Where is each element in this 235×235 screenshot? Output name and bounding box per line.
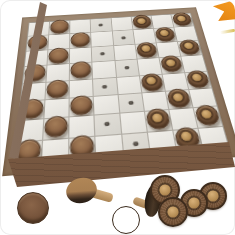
square-e1 bbox=[111, 17, 132, 31]
peg-stem-end bbox=[160, 185, 171, 196]
square-f5 bbox=[140, 74, 165, 92]
peg-knob bbox=[152, 113, 163, 122]
peg-stem-end bbox=[189, 198, 200, 209]
loose-peg-on-side bbox=[66, 178, 120, 214]
peg-knob bbox=[146, 77, 156, 85]
square-e2 bbox=[112, 30, 134, 45]
square-g6 bbox=[166, 90, 193, 109]
peg-stem-end bbox=[208, 191, 219, 202]
square-h3 bbox=[178, 40, 202, 55]
peg-knob bbox=[184, 43, 194, 50]
flat-peg bbox=[48, 47, 69, 64]
square-g2 bbox=[154, 28, 177, 43]
peg-stem-end bbox=[168, 207, 179, 218]
square-d7 bbox=[95, 114, 121, 135]
square-f6 bbox=[142, 92, 168, 111]
square-c6 bbox=[70, 97, 94, 117]
peg-knob bbox=[192, 74, 203, 82]
peg-knob bbox=[181, 132, 193, 142]
flat-peg bbox=[46, 79, 68, 99]
square-d1 bbox=[91, 18, 111, 32]
square-h6 bbox=[189, 88, 216, 107]
peg-hole bbox=[124, 66, 129, 70]
square-f3 bbox=[135, 43, 158, 59]
square-b7 bbox=[43, 118, 68, 140]
peg-knob bbox=[201, 110, 213, 119]
square-h5 bbox=[185, 71, 211, 89]
square-f1 bbox=[131, 16, 152, 30]
square-d5 bbox=[93, 77, 117, 95]
loose-flat-peg-face bbox=[112, 206, 140, 234]
loose-knob-peg-face bbox=[158, 197, 188, 227]
flat-peg bbox=[71, 32, 91, 48]
square-b3 bbox=[48, 49, 70, 65]
knob-peg bbox=[145, 108, 171, 130]
peg-knob bbox=[177, 15, 186, 21]
knob-peg bbox=[132, 15, 153, 30]
peg-hole bbox=[128, 101, 134, 105]
square-g4 bbox=[159, 57, 184, 74]
square-e5 bbox=[117, 76, 141, 94]
square-b1 bbox=[49, 21, 69, 35]
flat-peg bbox=[71, 61, 92, 79]
peg-hole bbox=[102, 84, 107, 88]
product-photo-canvas bbox=[0, 0, 235, 235]
square-d2 bbox=[91, 32, 112, 47]
peg-hole bbox=[99, 24, 104, 27]
peg-hole bbox=[100, 52, 105, 55]
square-f7 bbox=[145, 110, 172, 131]
square-e6 bbox=[118, 93, 143, 113]
peg-hole bbox=[121, 36, 126, 39]
square-d6 bbox=[94, 95, 119, 115]
peg-knob bbox=[137, 18, 146, 24]
square-e4 bbox=[115, 60, 138, 77]
knob-peg bbox=[160, 55, 184, 73]
square-g7 bbox=[169, 108, 197, 129]
flat-peg bbox=[44, 116, 68, 139]
flat-peg bbox=[50, 19, 69, 34]
square-h7 bbox=[194, 107, 223, 128]
peg-knob bbox=[160, 30, 169, 36]
promo-sliver-graphic bbox=[220, 29, 235, 35]
peg-hole bbox=[132, 141, 138, 146]
square-b5 bbox=[46, 81, 69, 100]
knob-peg bbox=[171, 12, 193, 27]
square-d4 bbox=[93, 61, 116, 78]
knob-peg bbox=[185, 70, 210, 89]
square-c7 bbox=[70, 116, 95, 137]
square-e7 bbox=[120, 112, 146, 133]
square-h1 bbox=[171, 13, 193, 27]
peg-knob bbox=[141, 45, 150, 52]
loose-flat-peg-face bbox=[17, 192, 49, 224]
board-grid bbox=[13, 13, 230, 166]
knob-peg bbox=[178, 39, 201, 56]
knob-peg bbox=[154, 26, 176, 42]
peg-cap bbox=[63, 174, 100, 207]
square-c2 bbox=[70, 33, 91, 48]
peg-knob bbox=[166, 59, 176, 66]
square-e3 bbox=[114, 45, 137, 61]
peg-knob bbox=[173, 93, 184, 101]
knob-peg bbox=[166, 88, 192, 109]
knob-peg bbox=[194, 105, 222, 127]
square-d3 bbox=[92, 46, 114, 62]
knob-peg bbox=[140, 73, 164, 92]
promo-arrow-graphic bbox=[211, 0, 235, 22]
peg-hole bbox=[105, 122, 111, 127]
flat-peg bbox=[70, 95, 93, 116]
square-c4 bbox=[70, 63, 92, 80]
knob-peg bbox=[135, 42, 157, 59]
